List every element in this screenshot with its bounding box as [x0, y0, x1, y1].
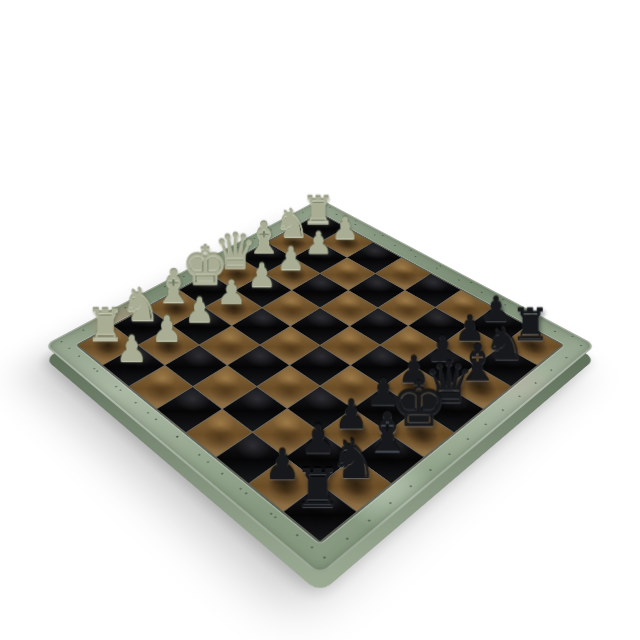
square-h8: ♜ [284, 484, 356, 540]
piece-shadow [113, 351, 156, 380]
piece-shadow [331, 465, 380, 503]
piece-shadow [295, 492, 346, 532]
piece-shadow [87, 331, 129, 358]
chess-set-photo: ♜♟♟♜♞♟♟♞♝♟♟♝♛♟♟♛♚♟♟♚♝♟♟♝♞♟♟♞♜♟♟♜ [0, 0, 640, 640]
piece-shadow [214, 295, 254, 320]
piece-shadow [511, 331, 554, 358]
piece-shadow [331, 416, 378, 450]
piece-shadow [477, 313, 518, 339]
piece-shadow [182, 313, 223, 339]
chess-board: ♜♟♟♜♞♟♟♞♝♟♟♝♛♟♟♛♚♟♟♚♝♟♟♝♞♟♟♞♜♟♟♜ [78, 214, 562, 541]
board-frame: ♜♟♟♜♞♟♟♞♝♟♟♝♛♟♟♛♚♟♟♚♝♟♟♝♞♟♟♞♜♟♟♜ [44, 199, 596, 577]
piece-shadow [363, 393, 409, 425]
piece-shadow [188, 278, 227, 302]
